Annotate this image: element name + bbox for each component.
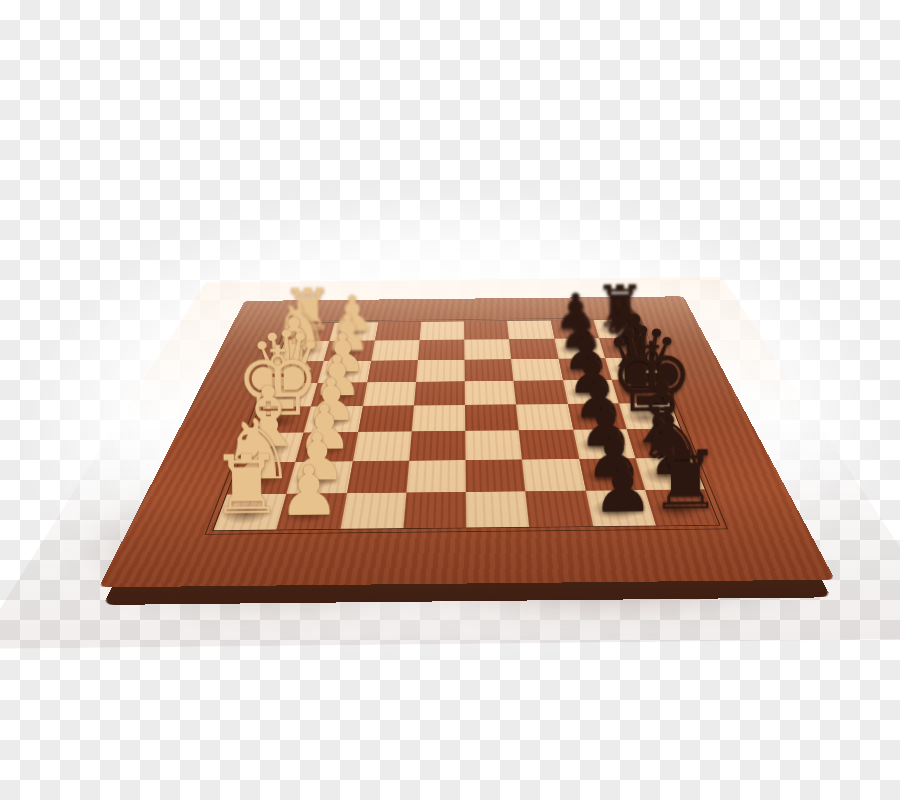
square-d4[interactable] [414,381,465,405]
square-e6[interactable] [516,404,573,431]
square-d5[interactable] [465,381,516,405]
square-h3[interactable] [340,492,406,528]
square-h2[interactable]: ♟ [277,493,347,529]
chessboard: ♜♟♟♜♞♟♟♞♝♟♟♝♛♟♟♛♚♟♟♚♝♟♟♝♞♟♟♞♜♟♟♜ [99,296,835,587]
chessboard-grid: ♜♟♟♜♞♟♟♞♝♟♟♝♛♟♟♛♚♟♟♚♝♟♟♝♞♟♟♞♜♟♟♜ [212,319,720,531]
square-d3[interactable] [363,382,416,406]
square-h5[interactable] [466,491,530,527]
square-b6[interactable] [509,339,558,359]
black-pawn-h7[interactable]: ♟ [592,453,654,522]
square-a4[interactable] [419,321,464,340]
white-rook-h1[interactable]: ♜ [209,445,282,527]
square-h4[interactable] [403,492,466,528]
square-e5[interactable] [465,404,519,431]
chessboard-3d-scene: ♜♟♟♜♞♟♟♞♝♟♟♝♛♟♟♛♚♟♟♚♝♟♟♝♞♟♟♞♜♟♟♜ [187,127,743,683]
square-h7[interactable]: ♟ [585,490,655,526]
square-b4[interactable] [418,340,465,360]
square-c5[interactable] [465,359,514,381]
square-e3[interactable] [358,406,414,433]
square-d6[interactable] [514,380,568,404]
square-a5[interactable] [464,321,509,340]
square-f4[interactable] [409,431,466,460]
square-a3[interactable] [375,322,421,341]
square-f3[interactable] [352,432,411,461]
square-b3[interactable] [371,340,420,360]
black-rook-h8[interactable]: ♜ [649,440,722,522]
square-c4[interactable] [416,360,465,382]
square-e4[interactable] [411,405,465,432]
square-b5[interactable] [464,339,511,359]
square-c3[interactable] [367,360,418,382]
square-a6[interactable] [507,320,554,339]
square-g5[interactable] [466,459,526,492]
square-f5[interactable] [465,431,522,460]
square-h8[interactable]: ♜ [645,489,719,525]
square-g4[interactable] [406,460,466,493]
square-f6[interactable] [519,430,579,459]
square-g6[interactable] [522,459,585,492]
product-photo-stage: ♜♟♟♜♞♟♟♞♝♟♟♝♛♟♟♛♚♟♟♚♝♟♟♝♞♟♟♞♜♟♟♜ [0,0,900,800]
square-c6[interactable] [511,359,562,381]
board-inner-frame: ♜♟♟♜♞♟♟♞♝♟♟♝♛♟♟♛♚♟♟♚♝♟♟♝♞♟♟♞♜♟♟♜ [204,317,728,534]
square-g3[interactable] [347,460,409,493]
square-h6[interactable] [526,491,593,527]
square-h1[interactable]: ♜ [214,494,287,530]
white-pawn-h2[interactable]: ♟ [278,457,340,526]
